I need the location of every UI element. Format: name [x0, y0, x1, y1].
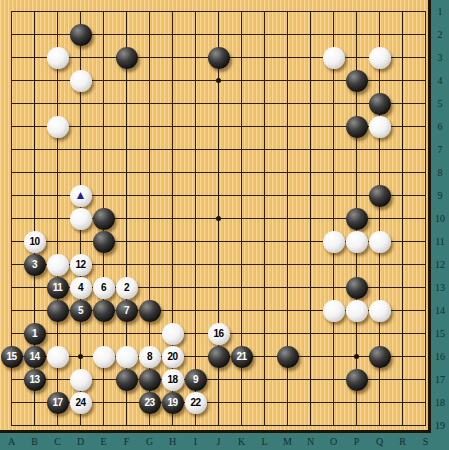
stone-move-number: 12	[75, 260, 85, 270]
go-board[interactable]: ▲103121146257116151482021131891724231922	[0, 0, 431, 433]
stone-move-number: 1	[32, 329, 37, 339]
row-label-7: 7	[431, 144, 449, 156]
col-label-Q: Q	[368, 435, 391, 449]
row-label-17: 17	[431, 374, 449, 386]
stone-move-number: 14	[29, 352, 39, 362]
row-label-13: 13	[431, 282, 449, 294]
col-label-R: R	[391, 435, 414, 449]
stone-move-number: 21	[236, 352, 246, 362]
stone-white-D13[interactable]: 4	[70, 277, 92, 299]
stone-black-P13[interactable]	[346, 277, 368, 299]
stone-black-D14[interactable]: 5	[70, 300, 92, 322]
col-label-O: O	[322, 435, 345, 449]
row-label-5: 5	[431, 98, 449, 110]
row-label-6: 6	[431, 121, 449, 133]
stone-white-Q6[interactable]	[369, 116, 391, 138]
stone-move-number: 9	[193, 375, 198, 385]
stone-white-I18[interactable]: 22	[185, 392, 207, 414]
stone-black-G14[interactable]	[139, 300, 161, 322]
col-label-E: E	[92, 435, 115, 449]
stone-move-number: 20	[167, 352, 177, 362]
stone-white-O14[interactable]	[323, 300, 345, 322]
triangle-marker-icon: ▲	[75, 189, 87, 201]
row-label-9: 9	[431, 190, 449, 202]
stone-white-D17[interactable]	[70, 369, 92, 391]
stone-white-P11[interactable]	[346, 231, 368, 253]
stone-move-number: 3	[32, 260, 37, 270]
stone-black-Q9[interactable]	[369, 185, 391, 207]
stone-black-E11[interactable]	[93, 231, 115, 253]
stone-black-F3[interactable]	[116, 47, 138, 69]
stone-white-E16[interactable]	[93, 346, 115, 368]
stone-black-F14[interactable]: 7	[116, 300, 138, 322]
stone-black-F17[interactable]	[116, 369, 138, 391]
stone-black-A16[interactable]: 15	[1, 346, 23, 368]
stone-white-H16[interactable]: 20	[162, 346, 184, 368]
stone-black-D2[interactable]	[70, 24, 92, 46]
col-label-D: D	[69, 435, 92, 449]
stone-white-F13[interactable]: 2	[116, 277, 138, 299]
stone-black-P10[interactable]	[346, 208, 368, 230]
col-label-H: H	[161, 435, 184, 449]
row-label-4: 4	[431, 75, 449, 87]
stone-white-O11[interactable]	[323, 231, 345, 253]
stone-white-D10[interactable]	[70, 208, 92, 230]
stone-black-Q5[interactable]	[369, 93, 391, 115]
stone-black-P6[interactable]	[346, 116, 368, 138]
row-label-11: 11	[431, 236, 449, 248]
col-label-N: N	[299, 435, 322, 449]
col-label-M: M	[276, 435, 299, 449]
stones-grid: ▲103121146257116151482021131891724231922	[0, 0, 437, 437]
row-label-10: 10	[431, 213, 449, 225]
go-diagram-frame: ▲103121146257116151482021131891724231922…	[0, 0, 449, 450]
stone-move-number: 7	[124, 306, 129, 316]
col-label-L: L	[253, 435, 276, 449]
stone-white-Q3[interactable]	[369, 47, 391, 69]
row-label-19: 19	[431, 420, 449, 432]
stone-move-number: 16	[213, 329, 223, 339]
stone-black-I17[interactable]: 9	[185, 369, 207, 391]
stone-black-B17[interactable]: 13	[24, 369, 46, 391]
row-label-3: 3	[431, 52, 449, 64]
row-label-18: 18	[431, 397, 449, 409]
stone-move-number: 17	[52, 398, 62, 408]
stone-black-Q16[interactable]	[369, 346, 391, 368]
row-label-12: 12	[431, 259, 449, 271]
stone-black-E10[interactable]	[93, 208, 115, 230]
stone-black-H18[interactable]: 19	[162, 392, 184, 414]
col-label-K: K	[230, 435, 253, 449]
stone-white-H15[interactable]	[162, 323, 184, 345]
stone-black-P4[interactable]	[346, 70, 368, 92]
stone-black-P17[interactable]	[346, 369, 368, 391]
col-label-F: F	[115, 435, 138, 449]
stone-move-number: 6	[101, 283, 106, 293]
stone-black-B15[interactable]: 1	[24, 323, 46, 345]
stone-move-number: 22	[190, 398, 200, 408]
stone-black-B16[interactable]: 14	[24, 346, 46, 368]
stone-black-E14[interactable]	[93, 300, 115, 322]
stone-move-number: 24	[75, 398, 85, 408]
stone-white-O3[interactable]	[323, 47, 345, 69]
stone-white-E13[interactable]: 6	[93, 277, 115, 299]
stone-white-H17[interactable]: 18	[162, 369, 184, 391]
stone-white-G16[interactable]: 8	[139, 346, 161, 368]
stone-white-D18[interactable]: 24	[70, 392, 92, 414]
row-label-16: 16	[431, 351, 449, 363]
row-label-1: 1	[431, 6, 449, 18]
stone-white-J15[interactable]: 16	[208, 323, 230, 345]
col-label-I: I	[184, 435, 207, 449]
stone-black-G17[interactable]	[139, 369, 161, 391]
stone-move-number: 10	[29, 237, 39, 247]
stone-move-number: 23	[144, 398, 154, 408]
stone-white-B11[interactable]: 10	[24, 231, 46, 253]
stone-move-number: 13	[29, 375, 39, 385]
stone-white-C16[interactable]	[47, 346, 69, 368]
stone-white-Q14[interactable]	[369, 300, 391, 322]
col-label-S: S	[414, 435, 437, 449]
col-label-A: A	[0, 435, 23, 449]
stone-white-F16[interactable]	[116, 346, 138, 368]
stone-black-G18[interactable]: 23	[139, 392, 161, 414]
stone-move-number: 11	[53, 283, 63, 293]
stone-move-number: 2	[124, 283, 129, 293]
stone-black-C13[interactable]: 11	[47, 277, 69, 299]
stone-move-number: 4	[78, 283, 83, 293]
stone-white-D9[interactable]: ▲	[70, 185, 92, 207]
stone-move-number: 15	[6, 352, 16, 362]
stone-black-J3[interactable]	[208, 47, 230, 69]
stone-white-D4[interactable]	[70, 70, 92, 92]
stone-move-number: 18	[167, 375, 177, 385]
row-label-8: 8	[431, 167, 449, 179]
col-label-P: P	[345, 435, 368, 449]
stone-black-C18[interactable]: 17	[47, 392, 69, 414]
row-label-14: 14	[431, 305, 449, 317]
stone-move-number: 19	[167, 398, 177, 408]
stone-black-B12[interactable]: 3	[24, 254, 46, 276]
col-label-C: C	[46, 435, 69, 449]
stone-white-C6[interactable]	[47, 116, 69, 138]
col-label-G: G	[138, 435, 161, 449]
stone-black-J16[interactable]	[208, 346, 230, 368]
stone-white-Q11[interactable]	[369, 231, 391, 253]
stone-move-number: 5	[78, 306, 83, 316]
stone-move-number: 8	[147, 352, 152, 362]
col-label-B: B	[23, 435, 46, 449]
stone-black-K16[interactable]: 21	[231, 346, 253, 368]
stone-white-P14[interactable]	[346, 300, 368, 322]
row-label-2: 2	[431, 29, 449, 41]
stone-white-C12[interactable]	[47, 254, 69, 276]
stone-white-D12[interactable]: 12	[70, 254, 92, 276]
stone-black-C14[interactable]	[47, 300, 69, 322]
stone-black-M16[interactable]	[277, 346, 299, 368]
stone-white-C3[interactable]	[47, 47, 69, 69]
col-label-J: J	[207, 435, 230, 449]
row-label-15: 15	[431, 328, 449, 340]
